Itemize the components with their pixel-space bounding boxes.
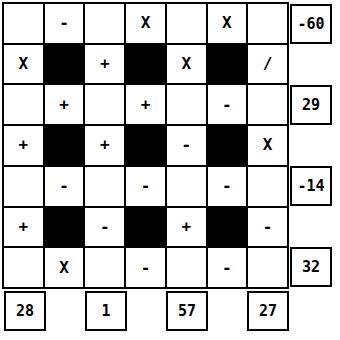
row-target-3: 29 <box>290 85 332 125</box>
blocked-cell <box>126 208 165 247</box>
entry-cell[interactable] <box>4 85 43 124</box>
blocked-cell <box>208 208 247 247</box>
operator-cell--: - <box>208 248 247 287</box>
entry-cell[interactable] <box>248 85 287 124</box>
operator-cell--: - <box>126 248 165 287</box>
entry-cell[interactable] <box>248 248 287 287</box>
blocked-cell <box>45 208 84 247</box>
operator-cell--: - <box>45 167 84 206</box>
entry-cell[interactable] <box>167 85 206 124</box>
entry-cell[interactable] <box>4 167 43 206</box>
operator-cell-+: + <box>45 85 84 124</box>
col-target-5: 57 <box>166 291 208 331</box>
col-target-3: 1 <box>85 291 127 331</box>
operator-cell-X: X <box>208 4 247 43</box>
entry-cell[interactable] <box>4 248 43 287</box>
operator-cell-+: + <box>126 85 165 124</box>
entry-cell[interactable] <box>85 4 124 43</box>
operator-cell--: - <box>167 126 206 165</box>
entry-cell[interactable] <box>85 85 124 124</box>
blocked-cell <box>126 126 165 165</box>
operator-cell--: - <box>208 85 247 124</box>
operator-cell--: - <box>45 4 84 43</box>
blocked-cell <box>208 45 247 84</box>
operator-cell--: - <box>208 167 247 206</box>
entry-cell[interactable] <box>85 167 124 206</box>
operator-cell-X: X <box>167 45 206 84</box>
blocked-cell <box>126 45 165 84</box>
operator-cell-X: X <box>45 248 84 287</box>
entry-cell[interactable] <box>167 167 206 206</box>
entry-cell[interactable] <box>167 248 206 287</box>
entry-cell[interactable] <box>85 248 124 287</box>
operator-cell-/: / <box>248 45 287 84</box>
blocked-cell <box>45 126 84 165</box>
entry-cell[interactable] <box>4 4 43 43</box>
row-target-7: 32 <box>290 247 332 287</box>
operator-cell--: - <box>126 167 165 206</box>
operator-cell-+: + <box>85 126 124 165</box>
entry-cell[interactable] <box>248 4 287 43</box>
operator-cell-X: X <box>126 4 165 43</box>
operator-cell-+: + <box>167 208 206 247</box>
cross-math-board: -XXX+X/++-++-X---+-+-X-- -60 29 -14 32 2… <box>0 0 340 340</box>
operator-cell-+: + <box>4 208 43 247</box>
operator-cell-+: + <box>85 45 124 84</box>
operator-cell-X: X <box>4 45 43 84</box>
operator-cell--: - <box>85 208 124 247</box>
row-target-1: -60 <box>290 4 332 44</box>
col-target-7: 27 <box>247 291 289 331</box>
entry-cell[interactable] <box>167 4 206 43</box>
operator-cell--: - <box>248 208 287 247</box>
blocked-cell <box>45 45 84 84</box>
puzzle-grid: -XXX+X/++-++-X---+-+-X-- <box>2 2 289 289</box>
operator-cell-X: X <box>248 126 287 165</box>
entry-cell[interactable] <box>248 167 287 206</box>
col-target-1: 28 <box>4 291 46 331</box>
blocked-cell <box>208 126 247 165</box>
row-target-5: -14 <box>290 166 332 206</box>
operator-cell-+: + <box>4 126 43 165</box>
